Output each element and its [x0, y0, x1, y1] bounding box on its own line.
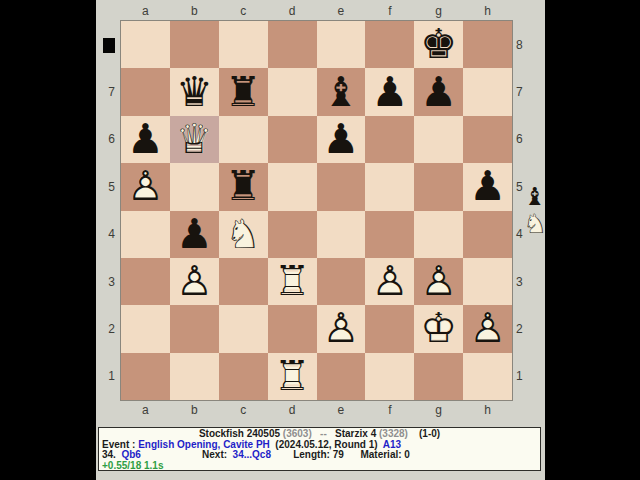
- file-label-d: d: [268, 402, 317, 419]
- info-panel: Stockfish 240505 (3603) -- Starzix 4 (33…: [98, 427, 541, 471]
- players-line-segment: (1-0): [408, 428, 440, 439]
- piece-white-queen: ♛♕: [176, 119, 213, 160]
- square-f3[interactable]: ♟♙: [365, 258, 414, 305]
- players-line-segment: (3603): [283, 428, 312, 439]
- square-b7[interactable]: ♛: [170, 68, 219, 115]
- moves-line-segment: Qb6: [121, 449, 140, 460]
- file-label-b: b: [170, 402, 219, 419]
- square-a5[interactable]: ♟♙: [121, 163, 170, 210]
- square-h3[interactable]: [463, 258, 512, 305]
- piece-outline: ♖: [274, 356, 311, 397]
- eval-line: +0.55/18 1.1s: [99, 461, 540, 472]
- square-a4[interactable]: [121, 211, 170, 258]
- square-b4[interactable]: ♟: [170, 211, 219, 258]
- piece-black-king: ♚: [420, 24, 457, 65]
- square-b8[interactable]: [170, 21, 219, 68]
- piece-outline: ♙: [371, 261, 408, 302]
- piece-black-rook: ♜: [225, 166, 262, 207]
- captured-pieces-tray: ♝♞♘: [519, 184, 551, 237]
- square-h8[interactable]: [463, 21, 512, 68]
- square-h1[interactable]: [463, 353, 512, 400]
- file-label-g: g: [414, 3, 463, 20]
- piece-black-pawn: ♟: [127, 119, 164, 160]
- square-b5[interactable]: [170, 163, 219, 210]
- square-d4[interactable]: [268, 211, 317, 258]
- rank-label-3: 3: [96, 258, 120, 305]
- square-b2[interactable]: [170, 305, 219, 352]
- file-label-e: e: [317, 3, 366, 20]
- moves-line-segment: Material: 0: [344, 449, 410, 460]
- rank-label-4: 4: [96, 211, 120, 258]
- square-f6[interactable]: [365, 116, 414, 163]
- square-c1[interactable]: [219, 353, 268, 400]
- piece-black-pawn: ♟: [420, 72, 457, 113]
- square-h7[interactable]: [463, 68, 512, 115]
- square-d7[interactable]: [268, 68, 317, 115]
- piece-white-pawn: ♟♙: [371, 261, 408, 302]
- square-h5[interactable]: ♟: [463, 163, 512, 210]
- piece-white-pawn: ♟♙: [127, 166, 164, 207]
- file-label-f: f: [365, 402, 414, 419]
- piece-outline: ♙: [176, 261, 213, 302]
- moves-line: 34. Qb6 Next: 34...Qc8 Length: 79 Materi…: [99, 450, 540, 461]
- file-labels-top: abcdefgh: [121, 3, 512, 20]
- file-label-f: f: [365, 3, 414, 20]
- file-label-a: a: [121, 3, 170, 20]
- chess-gui-frame: abcdefgh 87654321 ♚♛♜♝♟♟♟♛♕♟♟♙♜♟♟♞♘♟♙♜♖♟…: [96, 0, 545, 480]
- square-g7[interactable]: ♟: [414, 68, 463, 115]
- square-g5[interactable]: [414, 163, 463, 210]
- file-label-a: a: [121, 402, 170, 419]
- piece-outline: ♘: [523, 210, 547, 237]
- piece-outline: ♙: [323, 308, 360, 349]
- square-h6[interactable]: [463, 116, 512, 163]
- piece-outline: ♙: [469, 308, 506, 349]
- square-f4[interactable]: [365, 211, 414, 258]
- event-line-segment: English Opening, Cavite PH: [138, 439, 270, 450]
- piece-white-pawn: ♟♙: [420, 261, 457, 302]
- letterbox-left: [0, 0, 96, 480]
- piece-black-pawn: ♟: [323, 119, 360, 160]
- file-label-c: c: [219, 3, 268, 20]
- letterbox-right: [545, 0, 640, 480]
- piece-outline: ♖: [274, 261, 311, 302]
- event-line-segment: Event :: [102, 439, 138, 450]
- square-e3[interactable]: [317, 258, 366, 305]
- moves-line-segment: Next:: [141, 449, 233, 460]
- piece-outline: ♔: [420, 308, 457, 349]
- eval-line-segment: +0.55/18 1.1s: [102, 460, 163, 471]
- rank-label-1: 1: [96, 353, 120, 400]
- square-e4[interactable]: [317, 211, 366, 258]
- square-e5[interactable]: [317, 163, 366, 210]
- rank-label-3: 3: [512, 258, 536, 305]
- piece-black-queen: ♛: [176, 72, 213, 113]
- captured-white-knight: ♞♘: [523, 210, 547, 237]
- video-frame: { "game": "chess", "position": { "fen": …: [0, 0, 640, 480]
- file-label-h: h: [463, 3, 512, 20]
- square-d8[interactable]: [268, 21, 317, 68]
- event-line-segment: (2024.05.12, Round 1): [270, 439, 383, 450]
- square-g3[interactable]: ♟♙: [414, 258, 463, 305]
- square-g4[interactable]: [414, 211, 463, 258]
- piece-black-pawn: ♟: [469, 166, 506, 207]
- rank-label-6: 6: [96, 116, 120, 163]
- piece-black-pawn: ♟: [176, 214, 213, 255]
- square-a7[interactable]: [121, 68, 170, 115]
- players-line-segment: Starzix 4: [335, 428, 379, 439]
- square-c4[interactable]: ♞♘: [219, 211, 268, 258]
- moves-line-segment: 34...Qc8: [233, 449, 271, 460]
- piece-outline: ♕: [176, 119, 213, 160]
- square-b3[interactable]: ♟♙: [170, 258, 219, 305]
- piece-white-rook: ♜♖: [274, 261, 311, 302]
- square-h4[interactable]: [463, 211, 512, 258]
- square-g1[interactable]: [414, 353, 463, 400]
- rank-label-8: 8: [512, 21, 536, 68]
- rank-label-1: 1: [512, 353, 536, 400]
- piece-white-pawn: ♟♙: [323, 308, 360, 349]
- square-d5[interactable]: [268, 163, 317, 210]
- piece-white-pawn: ♟♙: [176, 261, 213, 302]
- square-b1[interactable]: [170, 353, 219, 400]
- file-label-e: e: [317, 402, 366, 419]
- square-c8[interactable]: [219, 21, 268, 68]
- square-d6[interactable]: [268, 116, 317, 163]
- players-line-segment: --: [312, 428, 335, 439]
- rank-labels-left: 87654321: [96, 21, 120, 400]
- square-f8[interactable]: [365, 21, 414, 68]
- square-f1[interactable]: [365, 353, 414, 400]
- moves-line-segment: Length: 79: [271, 449, 344, 460]
- square-g8[interactable]: ♚: [414, 21, 463, 68]
- rank-label-7: 7: [96, 68, 120, 115]
- file-label-h: h: [463, 402, 512, 419]
- moves-line-segment: 34.: [102, 449, 121, 460]
- players-line-segment: (3328): [379, 428, 408, 439]
- square-d1[interactable]: ♜♖: [268, 353, 317, 400]
- square-c6[interactable]: [219, 116, 268, 163]
- square-f2[interactable]: [365, 305, 414, 352]
- piece-outline: ♙: [420, 261, 457, 302]
- square-c2[interactable]: [219, 305, 268, 352]
- file-labels-bottom: abcdefgh: [121, 402, 512, 419]
- file-label-g: g: [414, 402, 463, 419]
- file-label-c: c: [219, 402, 268, 419]
- square-a1[interactable]: [121, 353, 170, 400]
- captured-black-bishop: ♝: [519, 184, 551, 209]
- square-h2[interactable]: ♟♙: [463, 305, 512, 352]
- square-a2[interactable]: [121, 305, 170, 352]
- players-line-segment: Stockfish 240505: [199, 428, 283, 439]
- square-f7[interactable]: ♟: [365, 68, 414, 115]
- square-a3[interactable]: [121, 258, 170, 305]
- piece-white-rook: ♜♖: [274, 356, 311, 397]
- square-c5[interactable]: ♜: [219, 163, 268, 210]
- square-f5[interactable]: [365, 163, 414, 210]
- side-to-move-indicator: [103, 38, 115, 53]
- piece-white-king: ♚♔: [420, 308, 457, 349]
- square-g6[interactable]: [414, 116, 463, 163]
- square-e6[interactable]: ♟: [317, 116, 366, 163]
- piece-white-pawn: ♟♙: [469, 308, 506, 349]
- square-e1[interactable]: [317, 353, 366, 400]
- square-e7[interactable]: ♝: [317, 68, 366, 115]
- square-c7[interactable]: ♜: [219, 68, 268, 115]
- square-d3[interactable]: ♜♖: [268, 258, 317, 305]
- piece-black-rook: ♜: [225, 72, 262, 113]
- chess-board: ♚♛♜♝♟♟♟♛♕♟♟♙♜♟♟♞♘♟♙♜♖♟♙♟♙♟♙♚♔♟♙♜♖: [121, 21, 512, 400]
- rank-label-5: 5: [96, 163, 120, 210]
- rank-label-2: 2: [96, 305, 120, 352]
- piece-black-bishop: ♝: [323, 72, 360, 113]
- square-a8[interactable]: [121, 21, 170, 68]
- file-label-d: d: [268, 3, 317, 20]
- square-a6[interactable]: ♟: [121, 116, 170, 163]
- piece-outline: ♘: [225, 214, 262, 255]
- square-d2[interactable]: [268, 305, 317, 352]
- piece-outline: ♙: [127, 166, 164, 207]
- square-g2[interactable]: ♚♔: [414, 305, 463, 352]
- file-label-b: b: [170, 3, 219, 20]
- square-e8[interactable]: [317, 21, 366, 68]
- rank-label-6: 6: [512, 116, 536, 163]
- square-e2[interactable]: ♟♙: [317, 305, 366, 352]
- rank-label-2: 2: [512, 305, 536, 352]
- piece-black-pawn: ♟: [371, 72, 408, 113]
- square-b6[interactable]: ♛♕: [170, 116, 219, 163]
- piece-white-knight: ♞♘: [225, 214, 262, 255]
- event-line-segment: A13: [383, 439, 401, 450]
- square-c3[interactable]: [219, 258, 268, 305]
- rank-label-7: 7: [512, 68, 536, 115]
